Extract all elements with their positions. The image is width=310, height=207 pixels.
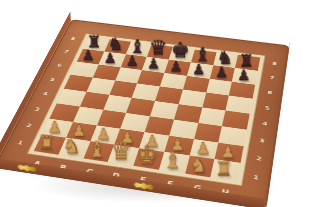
piece-black-pawn[interactable]: ♟ <box>165 60 188 74</box>
piece-black-pawn[interactable]: ♟ <box>77 49 99 63</box>
square-e5[interactable] <box>155 87 183 105</box>
product-photo-scene: ABCDEFGH 87654321 87654321 ♜♞♝♛♚♝♞♜♟♟♟♟♟… <box>0 0 310 207</box>
piece-white-knight[interactable]: ♞ <box>59 136 85 157</box>
square-c4[interactable] <box>103 95 132 113</box>
piece-white-queen[interactable]: ♛ <box>108 140 134 164</box>
piece-white-rook[interactable]: ♜ <box>34 134 60 153</box>
brass-hinge-center <box>134 182 154 192</box>
rank-label-1: 1 <box>243 167 268 189</box>
piece-black-pawn[interactable]: ♟ <box>99 52 121 66</box>
piece-white-king[interactable]: ♚ <box>134 144 160 168</box>
piece-black-pawn[interactable]: ♟ <box>120 55 143 69</box>
piece-white-bishop[interactable]: ♝ <box>83 139 109 161</box>
piece-black-pawn[interactable]: ♟ <box>210 66 233 80</box>
brass-hinge-left <box>17 164 37 173</box>
square-g6[interactable] <box>206 79 232 96</box>
square-h1[interactable]: ♜ <box>211 160 241 182</box>
rank-label-6: 6 <box>259 84 281 102</box>
piece-white-rook[interactable]: ♜ <box>211 159 238 179</box>
piece-black-pawn[interactable]: ♟ <box>142 57 165 71</box>
piece-white-knight[interactable]: ♞ <box>185 155 211 176</box>
rank-label-8: 8 <box>264 57 285 73</box>
piece-white-bishop[interactable]: ♝ <box>159 150 185 172</box>
piece-black-pawn[interactable]: ♟ <box>187 63 210 77</box>
piece-black-pawn[interactable]: ♟ <box>232 69 255 84</box>
